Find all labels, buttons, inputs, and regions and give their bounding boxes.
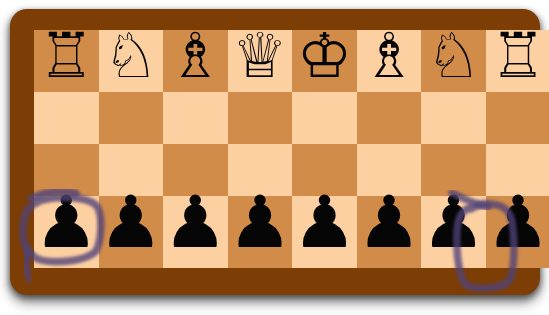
board-grid: ♖♘♗♕♔♗♘♖♟♟♟♟♟♟♟♟ xyxy=(34,30,518,268)
piece-black-pawn[interactable]: ♟ xyxy=(163,186,228,258)
square-a8[interactable]: ♖ xyxy=(34,30,99,92)
square-b8[interactable]: ♘ xyxy=(99,30,164,92)
piece-black-pawn[interactable]: ♟ xyxy=(421,186,486,258)
square-e5[interactable]: ♟ xyxy=(292,196,357,268)
square-c7[interactable] xyxy=(163,92,228,144)
square-e8[interactable]: ♔ xyxy=(292,30,357,92)
square-d8[interactable]: ♕ xyxy=(228,30,293,92)
square-d7[interactable] xyxy=(228,92,293,144)
square-f7[interactable] xyxy=(357,92,422,144)
page: ♖♘♗♕♔♗♘♖♟♟♟♟♟♟♟♟ xyxy=(0,0,549,315)
square-g8[interactable]: ♘ xyxy=(421,30,486,92)
square-b7[interactable] xyxy=(99,92,164,144)
square-h5[interactable]: ♟ xyxy=(486,196,549,268)
square-b5[interactable]: ♟ xyxy=(99,196,164,268)
square-c8[interactable]: ♗ xyxy=(163,30,228,92)
piece-white-rook[interactable]: ♖ xyxy=(38,25,94,87)
piece-white-queen[interactable]: ♕ xyxy=(232,25,288,87)
square-h7[interactable] xyxy=(486,92,549,144)
piece-white-knight[interactable]: ♘ xyxy=(103,25,159,87)
piece-black-pawn[interactable]: ♟ xyxy=(486,186,549,258)
piece-black-pawn[interactable]: ♟ xyxy=(228,186,293,258)
piece-black-pawn[interactable]: ♟ xyxy=(34,186,99,258)
piece-white-knight[interactable]: ♘ xyxy=(426,25,482,87)
square-d5[interactable]: ♟ xyxy=(228,196,293,268)
piece-white-rook[interactable]: ♖ xyxy=(490,25,546,87)
square-f5[interactable]: ♟ xyxy=(357,196,422,268)
piece-black-pawn[interactable]: ♟ xyxy=(99,186,164,258)
piece-white-king[interactable]: ♔ xyxy=(297,25,353,87)
square-a5[interactable]: ♟ xyxy=(34,196,99,268)
square-c5[interactable]: ♟ xyxy=(163,196,228,268)
piece-black-pawn[interactable]: ♟ xyxy=(292,186,357,258)
piece-white-bishop[interactable]: ♗ xyxy=(361,25,417,87)
square-g5[interactable]: ♟ xyxy=(421,196,486,268)
square-f8[interactable]: ♗ xyxy=(357,30,422,92)
square-h8[interactable]: ♖ xyxy=(486,30,549,92)
chess-board: ♖♘♗♕♔♗♘♖♟♟♟♟♟♟♟♟ xyxy=(10,9,540,295)
piece-white-bishop[interactable]: ♗ xyxy=(168,25,224,87)
piece-black-pawn[interactable]: ♟ xyxy=(357,186,422,258)
square-a7[interactable] xyxy=(34,92,99,144)
square-g7[interactable] xyxy=(421,92,486,144)
square-e7[interactable] xyxy=(292,92,357,144)
